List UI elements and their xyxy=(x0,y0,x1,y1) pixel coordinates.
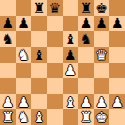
square-h6[interactable] xyxy=(109,31,125,47)
square-f1[interactable]: ♜ xyxy=(78,109,94,125)
square-h1[interactable] xyxy=(109,109,125,125)
square-g3[interactable] xyxy=(94,78,110,94)
square-b4[interactable] xyxy=(16,63,32,79)
square-a5[interactable] xyxy=(0,47,16,63)
square-c8[interactable]: ♜ xyxy=(31,0,47,16)
square-f8[interactable]: ♜ xyxy=(78,0,94,16)
square-a4[interactable] xyxy=(0,63,16,79)
square-h8[interactable] xyxy=(109,0,125,16)
black-pawn-e5: ♟ xyxy=(64,47,77,61)
square-a1[interactable]: ♜ xyxy=(0,109,16,125)
white-pawn-f2: ♟ xyxy=(80,94,93,108)
square-g2[interactable]: ♟ xyxy=(94,94,110,110)
black-rook-c8: ♜ xyxy=(33,0,46,14)
square-a3[interactable] xyxy=(0,78,16,94)
square-e1[interactable] xyxy=(63,109,79,125)
square-d6[interactable] xyxy=(47,31,63,47)
square-b1[interactable]: ♞ xyxy=(16,109,32,125)
black-pawn-h7: ♟ xyxy=(111,16,124,30)
square-h3[interactable] xyxy=(109,78,125,94)
square-d2[interactable] xyxy=(47,94,63,110)
square-f4[interactable] xyxy=(78,63,94,79)
black-rook-f8: ♜ xyxy=(80,0,93,14)
square-f6[interactable]: ♞ xyxy=(78,31,94,47)
square-a7[interactable]: ♟ xyxy=(0,16,16,32)
square-b3[interactable] xyxy=(16,78,32,94)
square-d3[interactable] xyxy=(47,78,63,94)
square-e8[interactable] xyxy=(63,0,79,16)
square-d5[interactable] xyxy=(47,47,63,63)
white-pawn-e4: ♟ xyxy=(64,63,77,77)
square-f3[interactable] xyxy=(78,78,94,94)
square-e4[interactable]: ♟ xyxy=(63,63,79,79)
square-a2[interactable]: ♟ xyxy=(0,94,16,110)
square-f7[interactable]: ♟ xyxy=(78,16,94,32)
square-h2[interactable]: ♟ xyxy=(109,94,125,110)
square-h4[interactable] xyxy=(109,63,125,79)
square-h5[interactable] xyxy=(109,47,125,63)
white-rook-a1: ♜ xyxy=(2,110,15,124)
square-a6[interactable]: ♞ xyxy=(0,31,16,47)
white-pawn-h2: ♟ xyxy=(111,94,124,108)
white-queen-g5: ♛ xyxy=(95,47,108,61)
square-c1[interactable]: ♝ xyxy=(31,109,47,125)
black-bishop-e6: ♝ xyxy=(64,32,77,46)
white-rook-f1: ♜ xyxy=(80,110,93,124)
white-knight-b1: ♞ xyxy=(17,110,30,124)
black-pawn-a7: ♟ xyxy=(2,16,15,30)
square-g5[interactable]: ♛ xyxy=(94,47,110,63)
black-knight-a6: ♞ xyxy=(2,32,15,46)
square-f5[interactable] xyxy=(78,47,94,63)
white-bishop-c1: ♝ xyxy=(33,110,46,124)
white-king-g1: ♚ xyxy=(95,110,108,124)
white-pawn-g2: ♟ xyxy=(95,94,108,108)
square-g8[interactable]: ♚ xyxy=(94,0,110,16)
square-c3[interactable] xyxy=(31,78,47,94)
square-d1[interactable] xyxy=(47,109,63,125)
black-knight-f6: ♞ xyxy=(80,32,93,46)
square-h7[interactable]: ♟ xyxy=(109,16,125,32)
black-pawn-b7: ♟ xyxy=(17,16,30,30)
square-e5[interactable]: ♟ xyxy=(63,47,79,63)
square-c5[interactable]: ♝ xyxy=(31,47,47,63)
square-d4[interactable] xyxy=(47,63,63,79)
chess-board: ♜♛♜♚♟♟♟♟♟♞♝♞♞♝♟♛♟♟♟♝♟♟♟♜♞♝♜♚ xyxy=(0,0,125,125)
square-c7[interactable] xyxy=(31,16,47,32)
square-g6[interactable] xyxy=(94,31,110,47)
square-b8[interactable] xyxy=(16,0,32,16)
square-g7[interactable]: ♟ xyxy=(94,16,110,32)
white-pawn-b2: ♟ xyxy=(17,94,30,108)
white-bishop-e2: ♝ xyxy=(64,94,77,108)
black-pawn-f7: ♟ xyxy=(80,16,93,30)
chess-board-screenshot: ♜♛♜♚♟♟♟♟♟♞♝♞♞♝♟♛♟♟♟♝♟♟♟♜♞♝♜♚ xyxy=(0,0,125,125)
square-c4[interactable] xyxy=(31,63,47,79)
black-queen-d8: ♛ xyxy=(48,0,61,14)
square-a8[interactable] xyxy=(0,0,16,16)
square-b7[interactable]: ♟ xyxy=(16,16,32,32)
square-e6[interactable]: ♝ xyxy=(63,31,79,47)
black-bishop-c5: ♝ xyxy=(33,47,46,61)
white-knight-b5: ♞ xyxy=(17,47,30,61)
square-e7[interactable] xyxy=(63,16,79,32)
square-b6[interactable] xyxy=(16,31,32,47)
white-pawn-a2: ♟ xyxy=(2,94,15,108)
black-king-g8: ♚ xyxy=(95,0,108,14)
square-d7[interactable] xyxy=(47,16,63,32)
square-b2[interactable]: ♟ xyxy=(16,94,32,110)
square-e3[interactable] xyxy=(63,78,79,94)
square-c2[interactable] xyxy=(31,94,47,110)
square-b5[interactable]: ♞ xyxy=(16,47,32,63)
black-pawn-g7: ♟ xyxy=(95,16,108,30)
square-f2[interactable]: ♟ xyxy=(78,94,94,110)
square-g4[interactable] xyxy=(94,63,110,79)
square-e2[interactable]: ♝ xyxy=(63,94,79,110)
square-d8[interactable]: ♛ xyxy=(47,0,63,16)
square-c6[interactable] xyxy=(31,31,47,47)
square-g1[interactable]: ♚ xyxy=(94,109,110,125)
